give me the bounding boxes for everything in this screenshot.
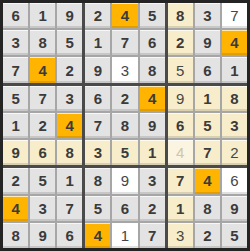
cell-r4c4[interactable]: 6: [85, 86, 110, 111]
cell-r3c3[interactable]: 2: [57, 57, 82, 82]
cell-r5c8[interactable]: 5: [195, 113, 220, 138]
cell-r3c2[interactable]: 4: [30, 57, 55, 82]
cell-r8c6[interactable]: 2: [140, 196, 165, 221]
cell-r9c3[interactable]: 6: [57, 223, 82, 248]
box-3: 837294561: [168, 3, 247, 83]
cell-r8c1[interactable]: 4: [3, 196, 28, 221]
cell-r8c2[interactable]: 3: [30, 196, 55, 221]
cell-r6c6[interactable]: 1: [140, 140, 165, 165]
cell-r8c8[interactable]: 8: [195, 196, 220, 221]
cell-r1c1[interactable]: 6: [3, 3, 28, 28]
box-5: 624789351: [85, 86, 164, 166]
cell-r4c8[interactable]: 1: [195, 86, 220, 111]
cell-r4c9[interactable]: 8: [222, 86, 247, 111]
cell-r6c8[interactable]: 7: [195, 140, 220, 165]
cell-r4c3[interactable]: 3: [57, 86, 82, 111]
cell-r4c6[interactable]: 4: [140, 86, 165, 111]
cell-r3c4[interactable]: 9: [85, 57, 110, 82]
cell-r7c8[interactable]: 4: [195, 168, 220, 193]
cell-r3c7[interactable]: 5: [168, 57, 193, 82]
cell-r7c6[interactable]: 3: [140, 168, 165, 193]
cell-r7c3[interactable]: 1: [57, 168, 82, 193]
cell-r6c9[interactable]: 2: [222, 140, 247, 165]
cell-r3c1[interactable]: 7: [3, 57, 28, 82]
cell-r9c2[interactable]: 9: [30, 223, 55, 248]
cell-r2c9[interactable]: 4: [222, 30, 247, 55]
cell-r9c1[interactable]: 8: [3, 223, 28, 248]
cell-r8c3[interactable]: 7: [57, 196, 82, 221]
box-1: 619385742: [3, 3, 82, 83]
cell-r6c7-selected[interactable]: 4: [168, 140, 193, 165]
cell-r6c5[interactable]: 5: [112, 140, 137, 165]
box-7: 251437896: [3, 168, 82, 248]
cell-r7c7[interactable]: 7: [168, 168, 193, 193]
cell-r5c5[interactable]: 8: [112, 113, 137, 138]
cell-r1c7[interactable]: 8: [168, 3, 193, 28]
cell-r3c8[interactable]: 6: [195, 57, 220, 82]
sudoku-board: 6193857422451769388372945615731249686247…: [0, 0, 250, 251]
cell-r1c5[interactable]: 4: [112, 3, 137, 28]
cell-r4c7[interactable]: 9: [168, 86, 193, 111]
cell-r7c1[interactable]: 2: [3, 168, 28, 193]
cell-r9c8[interactable]: 2: [195, 223, 220, 248]
cell-r6c2[interactable]: 6: [30, 140, 55, 165]
cell-r2c3[interactable]: 5: [57, 30, 82, 55]
cell-r4c2[interactable]: 7: [30, 86, 55, 111]
box-9: 746189325: [168, 168, 247, 248]
cell-r2c5[interactable]: 7: [112, 30, 137, 55]
cell-r1c4[interactable]: 2: [85, 3, 110, 28]
cell-r5c4[interactable]: 7: [85, 113, 110, 138]
box-2: 245176938: [85, 3, 164, 83]
cell-r8c9[interactable]: 9: [222, 196, 247, 221]
cell-r5c6[interactable]: 9: [140, 113, 165, 138]
cell-r2c6[interactable]: 6: [140, 30, 165, 55]
cell-r4c5[interactable]: 2: [112, 86, 137, 111]
cell-r6c1[interactable]: 9: [3, 140, 28, 165]
cell-r5c7[interactable]: 6: [168, 113, 193, 138]
cell-r5c2[interactable]: 2: [30, 113, 55, 138]
cell-r9c9[interactable]: 5: [222, 223, 247, 248]
cell-r3c9[interactable]: 1: [222, 57, 247, 82]
cell-r2c4[interactable]: 1: [85, 30, 110, 55]
cell-r3c6[interactable]: 8: [140, 57, 165, 82]
cell-r6c4[interactable]: 3: [85, 140, 110, 165]
cell-r7c2[interactable]: 5: [30, 168, 55, 193]
cell-r9c4[interactable]: 4: [85, 223, 110, 248]
cell-r4c1[interactable]: 5: [3, 86, 28, 111]
cell-r8c4[interactable]: 5: [85, 196, 110, 221]
cell-r1c3[interactable]: 9: [57, 3, 82, 28]
cell-r9c6[interactable]: 7: [140, 223, 165, 248]
cell-r8c7[interactable]: 1: [168, 196, 193, 221]
cell-r5c3[interactable]: 4: [57, 113, 82, 138]
cell-r7c9[interactable]: 6: [222, 168, 247, 193]
cell-r2c7[interactable]: 2: [168, 30, 193, 55]
cell-r3c5[interactable]: 3: [112, 57, 137, 82]
cell-r9c7[interactable]: 3: [168, 223, 193, 248]
cell-r6c3[interactable]: 8: [57, 140, 82, 165]
cell-r2c2[interactable]: 8: [30, 30, 55, 55]
cell-r1c9[interactable]: 7: [222, 3, 247, 28]
box-8: 893562417: [85, 168, 164, 248]
cell-r1c6[interactable]: 5: [140, 3, 165, 28]
cell-r7c5[interactable]: 9: [112, 168, 137, 193]
cell-r8c5[interactable]: 6: [112, 196, 137, 221]
cell-r2c8[interactable]: 9: [195, 30, 220, 55]
box-6: 918653472: [168, 86, 247, 166]
box-4: 573124968: [3, 86, 82, 166]
cell-r7c4[interactable]: 8: [85, 168, 110, 193]
cell-r1c2[interactable]: 1: [30, 3, 55, 28]
cell-r1c8[interactable]: 3: [195, 3, 220, 28]
cell-r9c5[interactable]: 1: [112, 223, 137, 248]
cell-r5c9[interactable]: 3: [222, 113, 247, 138]
cell-r2c1[interactable]: 3: [3, 30, 28, 55]
cell-r5c1[interactable]: 1: [3, 113, 28, 138]
